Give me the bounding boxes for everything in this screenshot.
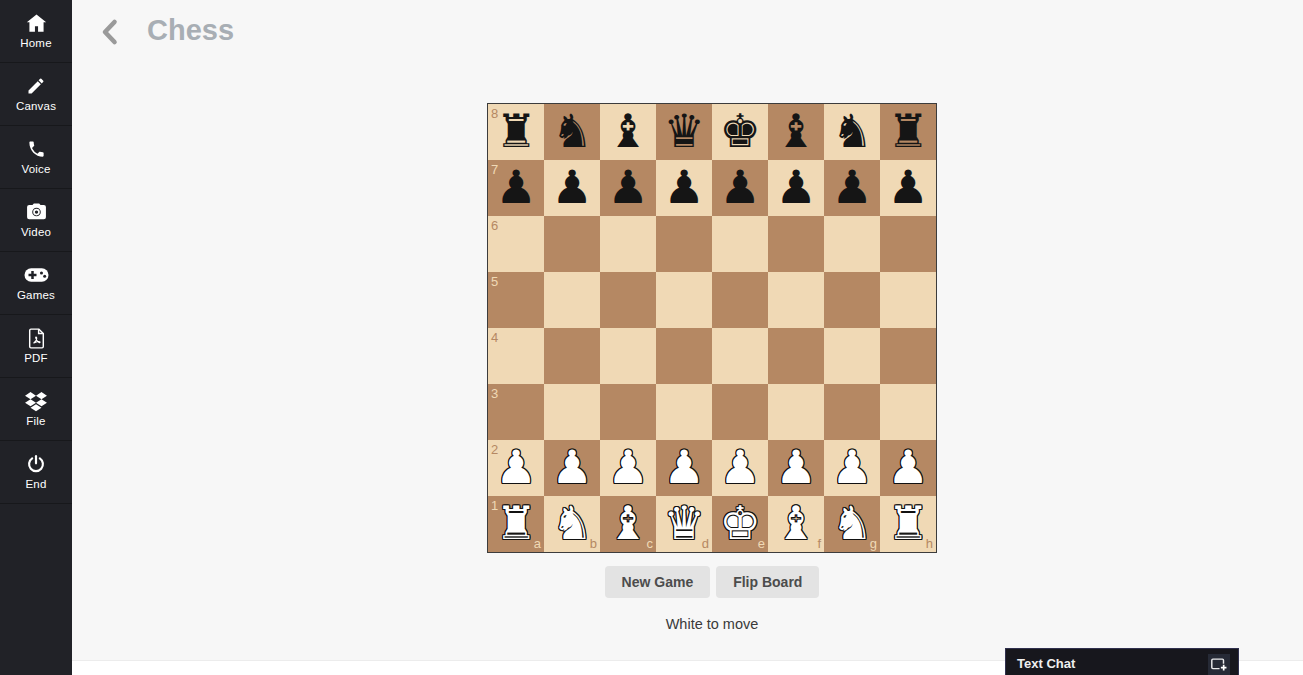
square-f3[interactable] — [768, 384, 824, 440]
square-g8[interactable]: ♞ — [824, 104, 880, 160]
square-g4[interactable] — [824, 328, 880, 384]
square-a6[interactable]: 6 — [488, 216, 544, 272]
square-b6[interactable] — [544, 216, 600, 272]
white-pawn: ♟ — [600, 440, 656, 496]
square-a8[interactable]: 8♜ — [488, 104, 544, 160]
square-h7[interactable]: ♟ — [880, 160, 936, 216]
sidebar-item-label: Canvas — [16, 100, 56, 112]
square-e5[interactable] — [712, 272, 768, 328]
main-content: Chess 8♜♞♝♛♚♝♞♜7♟♟♟♟♟♟♟♟65432♟♟♟♟♟♟♟♟1a♜… — [72, 0, 1303, 675]
square-b4[interactable] — [544, 328, 600, 384]
sidebar-item-label: Home — [20, 37, 51, 49]
sidebar-item-end[interactable]: End — [0, 441, 72, 504]
square-f2[interactable]: ♟ — [768, 440, 824, 496]
file-label-d: d — [702, 537, 709, 550]
flip-board-button[interactable]: Flip Board — [716, 566, 819, 598]
sidebar: Home Canvas Voice Video — [0, 0, 72, 675]
file-label-e: e — [758, 537, 765, 550]
black-bishop: ♝ — [600, 104, 656, 160]
phone-icon — [27, 139, 46, 159]
square-a4[interactable]: 4 — [488, 328, 544, 384]
square-a5[interactable]: 5 — [488, 272, 544, 328]
text-chat-title: Text Chat — [1017, 656, 1075, 671]
square-d4[interactable] — [656, 328, 712, 384]
white-pawn: ♟ — [824, 440, 880, 496]
file-label-g: g — [870, 537, 877, 550]
square-h2[interactable]: ♟ — [880, 440, 936, 496]
square-c3[interactable] — [600, 384, 656, 440]
gamepad-icon — [24, 265, 49, 285]
square-f8[interactable]: ♝ — [768, 104, 824, 160]
sidebar-item-label: Voice — [21, 163, 50, 175]
square-f7[interactable]: ♟ — [768, 160, 824, 216]
sidebar-item-label: Games — [17, 289, 55, 301]
black-knight: ♞ — [824, 104, 880, 160]
square-e6[interactable] — [712, 216, 768, 272]
square-c5[interactable] — [600, 272, 656, 328]
rank-label-8: 8 — [491, 107, 498, 120]
square-c2[interactable]: ♟ — [600, 440, 656, 496]
black-queen: ♛ — [656, 104, 712, 160]
square-d6[interactable] — [656, 216, 712, 272]
sidebar-item-video[interactable]: Video — [0, 189, 72, 252]
square-d7[interactable]: ♟ — [656, 160, 712, 216]
power-icon — [26, 454, 46, 474]
square-e2[interactable]: ♟ — [712, 440, 768, 496]
square-c7[interactable]: ♟ — [600, 160, 656, 216]
white-pawn: ♟ — [880, 440, 936, 496]
pencil-icon — [26, 76, 46, 96]
white-pawn: ♟ — [656, 440, 712, 496]
square-a7[interactable]: 7♟ — [488, 160, 544, 216]
sidebar-item-label: End — [25, 478, 46, 490]
sidebar-item-home[interactable]: Home — [0, 0, 72, 63]
popout-icon — [1210, 656, 1228, 674]
file-label-h: h — [926, 537, 933, 550]
square-f5[interactable] — [768, 272, 824, 328]
square-h6[interactable] — [880, 216, 936, 272]
white-pawn: ♟ — [712, 440, 768, 496]
rank-label-7: 7 — [491, 163, 498, 176]
home-icon — [26, 13, 47, 33]
chat-popout-button[interactable] — [1208, 654, 1230, 675]
black-pawn: ♟ — [544, 160, 600, 216]
square-f1[interactable]: f♝ — [768, 496, 824, 552]
chess-board: 8♜♞♝♛♚♝♞♜7♟♟♟♟♟♟♟♟65432♟♟♟♟♟♟♟♟1a♜b♞c♝d♛… — [487, 103, 937, 553]
sidebar-item-label: PDF — [24, 352, 48, 364]
square-b5[interactable] — [544, 272, 600, 328]
square-d3[interactable] — [656, 384, 712, 440]
square-h8[interactable]: ♜ — [880, 104, 936, 160]
square-e7[interactable]: ♟ — [712, 160, 768, 216]
square-a3[interactable]: 3 — [488, 384, 544, 440]
square-g2[interactable]: ♟ — [824, 440, 880, 496]
rank-label-4: 4 — [491, 331, 498, 344]
file-label-f: f — [817, 537, 821, 550]
black-bishop: ♝ — [768, 104, 824, 160]
black-pawn: ♟ — [712, 160, 768, 216]
sidebar-item-voice[interactable]: Voice — [0, 126, 72, 189]
square-f4[interactable] — [768, 328, 824, 384]
square-g5[interactable] — [824, 272, 880, 328]
square-h5[interactable] — [880, 272, 936, 328]
sidebar-item-file[interactable]: File — [0, 378, 72, 441]
square-g6[interactable] — [824, 216, 880, 272]
sidebar-item-label: File — [26, 415, 45, 427]
camera-icon — [26, 202, 47, 222]
rank-label-5: 5 — [491, 275, 498, 288]
white-pawn: ♟ — [768, 440, 824, 496]
page-title: Chess — [147, 14, 234, 47]
square-f6[interactable] — [768, 216, 824, 272]
pdf-file-icon — [28, 328, 45, 348]
game-area: 8♜♞♝♛♚♝♞♜7♟♟♟♟♟♟♟♟65432♟♟♟♟♟♟♟♟1a♜b♞c♝d♛… — [487, 103, 937, 632]
file-label-c: c — [647, 537, 654, 550]
text-chat-panel[interactable]: Text Chat — [1005, 648, 1239, 675]
black-rook: ♜ — [880, 104, 936, 160]
rank-label-2: 2 — [491, 443, 498, 456]
square-b3[interactable] — [544, 384, 600, 440]
square-e1[interactable]: e♚ — [712, 496, 768, 552]
black-knight: ♞ — [544, 104, 600, 160]
rank-label-6: 6 — [491, 219, 498, 232]
square-g1[interactable]: g♞ — [824, 496, 880, 552]
square-d8[interactable]: ♛ — [656, 104, 712, 160]
file-label-a: a — [534, 537, 541, 550]
square-g3[interactable] — [824, 384, 880, 440]
square-h3[interactable] — [880, 384, 936, 440]
black-king: ♚ — [712, 104, 768, 160]
board-controls: New Game Flip Board — [487, 566, 937, 598]
square-c1[interactable]: c♝ — [600, 496, 656, 552]
sidebar-item-canvas[interactable]: Canvas — [0, 63, 72, 126]
square-c6[interactable] — [600, 216, 656, 272]
chevron-left-icon — [97, 16, 123, 48]
square-d2[interactable]: ♟ — [656, 440, 712, 496]
black-pawn: ♟ — [600, 160, 656, 216]
white-bishop: ♝ — [768, 496, 824, 552]
square-a1[interactable]: 1a♜ — [488, 496, 544, 552]
square-b1[interactable]: b♞ — [544, 496, 600, 552]
dropbox-icon — [25, 391, 47, 411]
black-pawn: ♟ — [880, 160, 936, 216]
square-b2[interactable]: ♟ — [544, 440, 600, 496]
square-g7[interactable]: ♟ — [824, 160, 880, 216]
square-c8[interactable]: ♝ — [600, 104, 656, 160]
square-c4[interactable] — [600, 328, 656, 384]
square-d5[interactable] — [656, 272, 712, 328]
square-b8[interactable]: ♞ — [544, 104, 600, 160]
square-e8[interactable]: ♚ — [712, 104, 768, 160]
sidebar-item-games[interactable]: Games — [0, 252, 72, 315]
black-pawn: ♟ — [656, 160, 712, 216]
sidebar-item-label: Video — [21, 226, 51, 238]
white-pawn: ♟ — [544, 440, 600, 496]
square-e3[interactable] — [712, 384, 768, 440]
back-button[interactable] — [97, 16, 123, 52]
new-game-button[interactable]: New Game — [605, 566, 711, 598]
square-h1[interactable]: h♜ — [880, 496, 936, 552]
sidebar-item-pdf[interactable]: PDF — [0, 315, 72, 378]
rank-label-1: 1 — [491, 499, 498, 512]
square-a2[interactable]: 2♟ — [488, 440, 544, 496]
square-d1[interactable]: d♛ — [656, 496, 712, 552]
turn-status: White to move — [487, 616, 937, 632]
file-label-b: b — [590, 537, 597, 550]
square-h4[interactable] — [880, 328, 936, 384]
square-e4[interactable] — [712, 328, 768, 384]
black-pawn: ♟ — [768, 160, 824, 216]
black-pawn: ♟ — [824, 160, 880, 216]
rank-label-3: 3 — [491, 387, 498, 400]
square-b7[interactable]: ♟ — [544, 160, 600, 216]
